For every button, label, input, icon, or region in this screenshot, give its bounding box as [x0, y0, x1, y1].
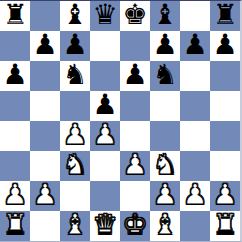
- square-e8[interactable]: ♚: [120, 1, 150, 31]
- black-knight-f6[interactable]: ♞: [152, 61, 177, 89]
- black-bishop-f8[interactable]: ♝: [152, 1, 177, 29]
- square-c3[interactable]: ♞: [60, 151, 90, 181]
- square-c6[interactable]: ♞: [60, 61, 90, 91]
- square-h6[interactable]: [210, 61, 240, 91]
- square-g5[interactable]: [180, 91, 210, 121]
- black-pawn-d5[interactable]: ♟: [92, 91, 117, 119]
- square-c7[interactable]: ♟: [60, 31, 90, 61]
- square-g8[interactable]: [180, 1, 210, 31]
- square-e3[interactable]: ♟: [120, 151, 150, 181]
- black-knight-c6[interactable]: ♞: [62, 61, 87, 89]
- white-pawn-f2[interactable]: ♟: [152, 181, 177, 209]
- square-c2[interactable]: [60, 181, 90, 211]
- square-c4[interactable]: ♟: [60, 121, 90, 151]
- square-f7[interactable]: ♟: [150, 31, 180, 61]
- square-g6[interactable]: [180, 61, 210, 91]
- white-pawn-c4[interactable]: ♟: [62, 121, 87, 149]
- square-a5[interactable]: [0, 91, 30, 121]
- square-d1[interactable]: ♛: [90, 211, 120, 241]
- square-h7[interactable]: ♟: [210, 31, 240, 61]
- square-d8[interactable]: ♛: [90, 1, 120, 31]
- square-g7[interactable]: ♟: [180, 31, 210, 61]
- white-queen-d1[interactable]: ♛: [92, 211, 117, 239]
- square-h5[interactable]: [210, 91, 240, 121]
- square-b5[interactable]: [30, 91, 60, 121]
- square-h1[interactable]: ♜: [210, 211, 240, 241]
- square-g1[interactable]: [180, 211, 210, 241]
- square-b6[interactable]: [30, 61, 60, 91]
- square-f4[interactable]: [150, 121, 180, 151]
- white-bishop-f1[interactable]: ♝: [152, 211, 177, 239]
- square-a1[interactable]: ♜: [0, 211, 30, 241]
- black-rook-h8[interactable]: ♜: [212, 1, 237, 29]
- black-pawn-b7[interactable]: ♟: [32, 31, 57, 59]
- black-pawn-f7[interactable]: ♟: [152, 31, 177, 59]
- square-d5[interactable]: ♟: [90, 91, 120, 121]
- black-rook-a8[interactable]: ♜: [2, 1, 27, 29]
- square-b8[interactable]: [30, 1, 60, 31]
- square-f8[interactable]: ♝: [150, 1, 180, 31]
- square-a2[interactable]: ♟: [0, 181, 30, 211]
- white-bishop-c1[interactable]: ♝: [62, 211, 87, 239]
- square-f2[interactable]: ♟: [150, 181, 180, 211]
- square-a6[interactable]: ♟: [0, 61, 30, 91]
- square-e5[interactable]: [120, 91, 150, 121]
- square-b4[interactable]: [30, 121, 60, 151]
- square-b2[interactable]: ♟: [30, 181, 60, 211]
- square-d3[interactable]: [90, 151, 120, 181]
- white-pawn-b2[interactable]: ♟: [32, 181, 57, 209]
- square-c5[interactable]: [60, 91, 90, 121]
- square-f1[interactable]: ♝: [150, 211, 180, 241]
- white-pawn-g2[interactable]: ♟: [182, 181, 207, 209]
- black-queen-d8[interactable]: ♛: [92, 1, 117, 29]
- white-knight-f3[interactable]: ♞: [152, 151, 177, 179]
- black-pawn-g7[interactable]: ♟: [182, 31, 207, 59]
- square-a4[interactable]: [0, 121, 30, 151]
- white-pawn-e3[interactable]: ♟: [122, 151, 147, 179]
- black-pawn-e6[interactable]: ♟: [122, 61, 147, 89]
- square-a3[interactable]: [0, 151, 30, 181]
- white-pawn-d4[interactable]: ♟: [92, 121, 117, 149]
- black-pawn-a6[interactable]: ♟: [2, 61, 27, 89]
- square-c8[interactable]: ♝: [60, 1, 90, 31]
- square-b3[interactable]: [30, 151, 60, 181]
- square-e6[interactable]: ♟: [120, 61, 150, 91]
- black-king-e8[interactable]: ♚: [122, 1, 147, 29]
- square-g4[interactable]: [180, 121, 210, 151]
- square-a8[interactable]: ♜: [0, 1, 30, 31]
- square-d7[interactable]: [90, 31, 120, 61]
- white-knight-c3[interactable]: ♞: [62, 151, 87, 179]
- square-e2[interactable]: [120, 181, 150, 211]
- square-g2[interactable]: ♟: [180, 181, 210, 211]
- square-e1[interactable]: ♚: [120, 211, 150, 241]
- square-h4[interactable]: [210, 121, 240, 151]
- black-pawn-c7[interactable]: ♟: [62, 31, 87, 59]
- chess-board: ♜♝♛♚♝♜♟♟♟♟♟♟♞♟♞♟♟♟♞♟♞♟♟♟♟♟♜♝♛♚♝♜: [0, 0, 242, 242]
- square-e7[interactable]: [120, 31, 150, 61]
- black-pawn-h7[interactable]: ♟: [212, 31, 237, 59]
- square-d6[interactable]: [90, 61, 120, 91]
- black-bishop-c8[interactable]: ♝: [62, 1, 87, 29]
- square-f5[interactable]: [150, 91, 180, 121]
- square-c1[interactable]: ♝: [60, 211, 90, 241]
- white-pawn-a2[interactable]: ♟: [2, 181, 27, 209]
- white-pawn-h2[interactable]: ♟: [212, 181, 237, 209]
- square-d4[interactable]: ♟: [90, 121, 120, 151]
- square-b7[interactable]: ♟: [30, 31, 60, 61]
- square-f6[interactable]: ♞: [150, 61, 180, 91]
- square-g3[interactable]: [180, 151, 210, 181]
- square-h3[interactable]: [210, 151, 240, 181]
- square-h2[interactable]: ♟: [210, 181, 240, 211]
- white-rook-h1[interactable]: ♜: [212, 211, 237, 239]
- white-rook-a1[interactable]: ♜: [2, 211, 27, 239]
- square-d2[interactable]: [90, 181, 120, 211]
- square-b1[interactable]: [30, 211, 60, 241]
- square-f3[interactable]: ♞: [150, 151, 180, 181]
- square-h8[interactable]: ♜: [210, 1, 240, 31]
- white-king-e1[interactable]: ♚: [122, 211, 147, 239]
- square-e4[interactable]: [120, 121, 150, 151]
- square-a7[interactable]: [0, 31, 30, 61]
